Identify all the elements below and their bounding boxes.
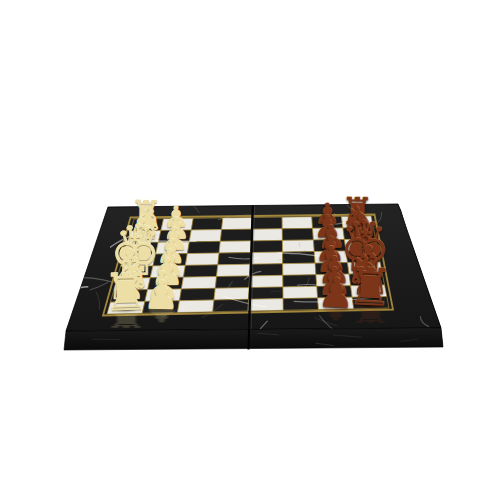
- board-front-edge: [64, 328, 443, 350]
- product-photo: ♜♟♟♜♞♟♟♞♝♟♟♝♛♟♟♛♚♟♟♚♝♟♟♝♞♟♟♞♜♜♟♟♟♟♜♜: [0, 0, 500, 500]
- board-squares: [107, 216, 389, 314]
- chessboard: [0, 0, 500, 500]
